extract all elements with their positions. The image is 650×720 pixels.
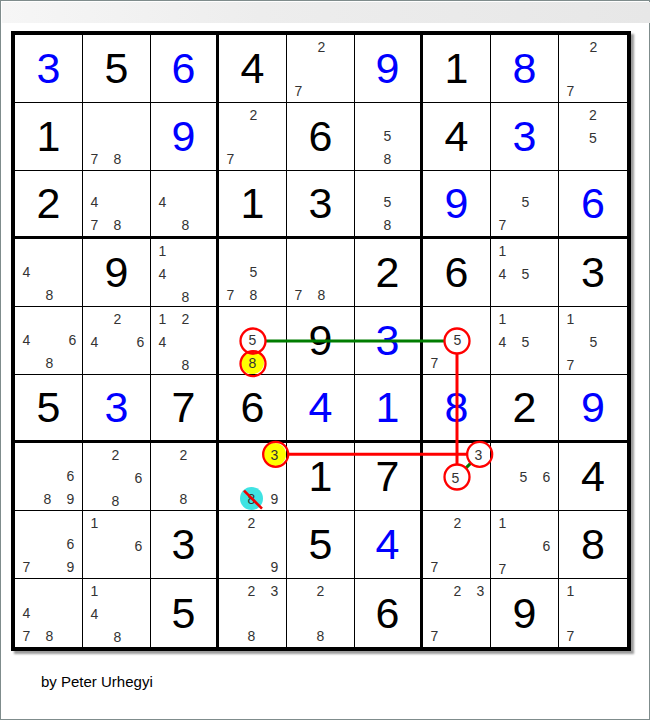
pencil-marks: 478 [83,171,150,236]
cell-r4c8[interactable]: 145 [491,239,559,307]
pencil-mark: 6 [59,532,82,555]
highlighted-pencil-mark: 8 [241,351,264,374]
pencil-marks: 27 [423,511,490,578]
pencil-marks: 58 [355,171,420,236]
given-digit: 1 [37,115,61,158]
pencil-mark: 5 [444,466,467,489]
given-digit: 2 [513,386,537,429]
cell-r3c5[interactable]: 3 [287,171,355,239]
pencil-mark: 5 [514,262,537,285]
pencil-marks: 16 [83,511,150,578]
cell-r7c1[interactable]: 689 [15,443,83,511]
cell-r9c8[interactable]: 9 [491,579,559,647]
cell-r1c9[interactable]: 27 [559,35,627,103]
pencil-marks: 29 [219,511,286,578]
pencil-mark: 6 [127,466,150,489]
cell-r2c5[interactable]: 6 [287,103,355,171]
pencil-mark: 8 [172,487,195,510]
pencil-marks: 145 [491,307,558,374]
cell-r9c1[interactable]: 478 [15,579,83,647]
pencil-marks: 27 [219,103,286,170]
highlighted-pencil-mark: 8 [240,487,263,510]
pencil-mark: 4 [151,330,174,353]
cell-r4c7[interactable]: 6 [423,239,491,307]
pencil-marks: 28 [287,579,354,647]
pencil-mark: 7 [423,351,446,374]
pencil-mark: 1 [83,511,106,534]
cell-r3c6[interactable]: 58 [355,171,423,239]
cell-r3c7[interactable]: 9 [423,171,491,239]
pencil-mark: 8 [174,213,197,236]
pencil-mark: 4 [83,330,106,353]
given-digit: 3 [581,251,605,294]
solved-digit: 6 [172,47,196,90]
cell-r4c6[interactable]: 2 [355,239,423,307]
pencil-mark: 3 [467,443,490,466]
pencil-mark: 7 [423,624,446,647]
pencil-mark: 1 [151,307,174,330]
cell-r5c8[interactable]: 145 [491,307,559,375]
pencil-marks: 58 [355,103,420,170]
cell-r9c2[interactable]: 148 [83,579,151,647]
cell-r2c4[interactable]: 27 [219,103,287,171]
pencil-marks: 25 [559,103,627,170]
cell-r7c8[interactable]: 56 [491,443,559,511]
pencil-marks: 157 [559,307,627,374]
pencil-mark: 5 [582,330,605,353]
solved-digit: 3 [105,386,129,429]
cell-r2c8[interactable]: 3 [491,103,559,171]
pencil-mark: 4 [151,190,174,213]
pencil-mark: 7 [287,283,310,306]
given-digit: 1 [241,182,265,225]
given-digit: 5 [37,386,61,429]
pencil-mark: 7 [559,353,582,376]
cell-r8c7[interactable]: 27 [423,511,491,579]
pencil-mark: 8 [174,353,197,376]
pencil-mark: 2 [310,35,333,58]
pencil-mark: 7 [491,213,514,236]
cell-r9c9[interactable]: 17 [559,579,627,647]
pencil-mark: 5 [512,465,535,488]
pencil-mark: 6 [127,534,150,557]
pencil-mark: 7 [559,624,582,647]
pencil-marks: 17 [559,579,627,647]
credit-text: by Peter Urhegyi [41,673,153,690]
solved-digit: 9 [445,182,469,225]
cell-r9c4[interactable]: 238 [219,579,287,647]
pencil-mark: 3 [263,579,286,602]
pencil-mark: 5 [514,330,537,353]
solved-digit: 3 [376,319,400,362]
pencil-marks: 148 [83,579,150,647]
pencil-mark: 9 [263,487,286,510]
cell-r7c4[interactable]: 389 [219,443,287,511]
pencil-mark: 7 [559,79,582,102]
pencil-marks: 389 [219,443,286,510]
pencil-mark: 1 [559,307,582,330]
pencil-mark: 8 [240,624,263,647]
pencil-mark: 2 [446,579,469,602]
solved-digit: 9 [581,386,605,429]
pencil-mark: 5 [446,328,469,351]
cell-r9c7[interactable]: 237 [423,579,491,647]
cell-r8c5[interactable]: 5 [287,511,355,579]
solved-digit: 9 [172,115,196,158]
given-digit: 7 [172,386,196,429]
pencil-mark: 3 [469,579,492,602]
pencil-mark: 1 [491,239,514,262]
pencil-mark: 1 [491,307,514,330]
pencil-marks: 145 [491,239,558,306]
pencil-mark: 4 [15,601,38,624]
solved-digit: 3 [513,115,537,158]
cell-r3c3[interactable]: 48 [151,171,219,239]
pencil-marks: 578 [219,239,286,306]
pencil-mark: 8 [38,624,61,647]
cell-r5c6[interactable]: 3 [355,307,423,375]
cell-r1c1[interactable]: 3 [15,35,83,103]
given-digit: 3 [172,523,196,566]
cell-r1c7[interactable]: 1 [423,35,491,103]
solved-digit: 4 [376,523,400,566]
pencil-mark: 9 [59,555,82,578]
solved-digit: 4 [309,386,333,429]
cell-r7c2[interactable]: 268 [83,443,151,511]
solved-digit: 1 [376,386,400,429]
pencil-marks: 48 [15,239,82,306]
pencil-marks: 167 [491,511,558,578]
cell-r5c7[interactable]: 57 [423,307,491,375]
cell-r6c9[interactable]: 9 [559,375,627,443]
given-digit: 9 [309,319,333,362]
solved-digit: 8 [513,47,537,90]
pencil-mark: 7 [219,147,242,170]
pencil-mark: 8 [104,489,127,512]
pencil-mark: 1 [491,511,514,534]
pencil-marks: 246 [83,307,150,374]
cell-r2c7[interactable]: 4 [423,103,491,171]
pencil-mark: 2 [104,443,127,466]
pencil-mark: 9 [263,555,286,578]
pencil-mark: 8 [38,351,61,374]
cell-r8c2[interactable]: 16 [83,511,151,579]
cell-r2c6[interactable]: 58 [355,103,423,171]
solved-digit: 6 [581,182,605,225]
given-digit: 6 [376,592,400,635]
cell-r3c4[interactable]: 1 [219,171,287,239]
cell-r1c5[interactable]: 27 [287,35,355,103]
pencil-mark: 4 [83,190,106,213]
pencil-mark: 2 [240,579,263,602]
pencil-marks: 1248 [151,307,216,374]
pencil-mark: 5 [242,260,265,283]
pencil-mark: 5 [376,190,399,213]
pencil-mark: 6 [61,328,84,351]
pencil-mark: 6 [535,534,558,557]
pencil-marks: 679 [15,511,82,578]
cell-r6c7[interactable]: 8 [423,375,491,443]
sudoku-board: 3564279182717892765843252478481358957648… [11,31,631,651]
pencil-mark: 8 [376,213,399,236]
pencil-marks: 468 [15,307,82,374]
pencil-mark: 2 [582,35,605,58]
cell-r6c1[interactable]: 5 [15,375,83,443]
pencil-mark: 5 [376,124,399,147]
cell-r6c6[interactable]: 1 [355,375,423,443]
cell-r3c1[interactable]: 2 [15,171,83,239]
pencil-mark: 2 [106,307,129,330]
cell-r4c9[interactable]: 3 [559,239,627,307]
given-digit: 9 [105,251,129,294]
pencil-mark: 8 [106,625,129,648]
pencil-mark: 4 [491,262,514,285]
pencil-mark: 8 [106,147,129,170]
pencil-mark: 2 [582,103,605,126]
cell-r6c5[interactable]: 4 [287,375,355,443]
pencil-marks: 28 [151,443,216,510]
pencil-mark: 8 [36,487,59,510]
pencil-marks: 56 [491,443,558,510]
pencil-marks: 148 [151,239,216,306]
pencil-mark: 5 [582,126,605,149]
pencil-marks: 78 [287,239,354,306]
cell-r6c3[interactable]: 7 [151,375,219,443]
cell-r5c1[interactable]: 468 [15,307,83,375]
pencil-mark: 6 [535,465,558,488]
cell-r1c6[interactable]: 9 [355,35,423,103]
cell-r9c6[interactable]: 6 [355,579,423,647]
cell-r6c2[interactable]: 3 [83,375,151,443]
cell-r2c9[interactable]: 25 [559,103,627,171]
cell-r7c6[interactable]: 7 [355,443,423,511]
pencil-mark: 2 [174,307,197,330]
given-digit: 8 [581,523,605,566]
solved-digit: 9 [376,47,400,90]
cell-r4c1[interactable]: 48 [15,239,83,307]
cell-r7c5[interactable]: 1 [287,443,355,511]
given-digit: 6 [309,115,333,158]
cell-r7c7[interactable]: 35 [423,443,491,511]
pencil-mark: 4 [491,330,514,353]
cell-r8c1[interactable]: 679 [15,511,83,579]
solved-digit: 3 [37,47,61,90]
pencil-mark: 6 [129,330,152,353]
pencil-marks: 689 [15,443,82,510]
given-digit: 6 [445,251,469,294]
cell-r3c9[interactable]: 6 [559,171,627,239]
pencil-mark: 8 [174,285,197,308]
pencil-mark: 2 [172,443,195,466]
cell-r4c5[interactable]: 78 [287,239,355,307]
pencil-marks: 57 [423,307,490,374]
given-digit: 6 [241,386,265,429]
cell-r5c4[interactable]: 58 [219,307,287,375]
cell-r9c3[interactable]: 5 [151,579,219,647]
cell-r8c9[interactable]: 8 [559,511,627,579]
cell-r2c2[interactable]: 78 [83,103,151,171]
cell-r8c6[interactable]: 4 [355,511,423,579]
given-digit: 1 [445,47,469,90]
pencil-marks: 78 [83,103,150,170]
given-digit: 2 [376,251,400,294]
given-digit: 5 [309,523,333,566]
solved-digit: 8 [445,386,469,429]
cell-r8c3[interactable]: 3 [151,511,219,579]
pencil-mark: 7 [83,213,106,236]
given-digit: 3 [309,182,333,225]
pencil-mark: 2 [446,511,469,534]
cell-r1c2[interactable]: 5 [83,35,151,103]
given-digit: 5 [172,592,196,635]
pencil-marks: 57 [491,171,558,236]
given-digit: 1 [309,455,333,498]
cell-r7c3[interactable]: 28 [151,443,219,511]
given-digit: 4 [241,47,265,90]
window-frame: 3564279182717892765843252478481358957648… [0,0,650,720]
cell-r7c9[interactable]: 4 [559,443,627,511]
pencil-mark: 1 [83,579,106,602]
cell-r4c4[interactable]: 578 [219,239,287,307]
pencil-mark: 1 [559,579,582,602]
cell-r4c3[interactable]: 148 [151,239,219,307]
cell-r1c3[interactable]: 6 [151,35,219,103]
pencil-mark: 7 [491,557,514,580]
pencil-marks: 237 [423,579,490,647]
pencil-marks: 27 [287,35,354,102]
pencil-mark: 8 [38,283,61,306]
pencil-mark: 5 [514,190,537,213]
cell-r5c3[interactable]: 1248 [151,307,219,375]
given-digit: 2 [37,182,61,225]
pencil-marks: 478 [15,579,82,647]
given-digit: 5 [105,47,129,90]
cell-r5c2[interactable]: 246 [83,307,151,375]
pencil-mark: 4 [15,328,38,351]
highlighted-pencil-mark: 3 [263,443,286,466]
pencil-mark: 2 [240,511,263,534]
pencil-marks: 268 [83,443,150,510]
pencil-marks: 238 [219,579,286,647]
cell-r1c8[interactable]: 8 [491,35,559,103]
cell-r2c1[interactable]: 1 [15,103,83,171]
pencil-mark: 8 [310,283,333,306]
cell-r5c5[interactable]: 9 [287,307,355,375]
cell-r4c2[interactable]: 9 [83,239,151,307]
pencil-mark: 2 [242,103,265,126]
cell-r8c4[interactable]: 29 [219,511,287,579]
pencil-mark: 4 [151,262,174,285]
cell-r9c5[interactable]: 28 [287,579,355,647]
given-digit: 4 [581,455,605,498]
pencil-mark: 8 [106,213,129,236]
cell-r6c4[interactable]: 6 [219,375,287,443]
pencil-mark: 6 [59,464,82,487]
given-digit: 4 [445,115,469,158]
cell-r1c4[interactable]: 4 [219,35,287,103]
pencil-mark: 8 [376,147,399,170]
pencil-mark: 7 [15,624,38,647]
pencil-mark: 7 [83,147,106,170]
pencil-mark: 5 [241,328,264,351]
given-digit: 9 [513,592,537,635]
pencil-mark: 7 [15,555,38,578]
toolbar-strip [2,2,650,23]
pencil-mark: 8 [242,283,265,306]
pencil-mark: 2 [309,579,332,602]
pencil-mark: 9 [59,487,82,510]
pencil-marks: 35 [423,443,490,510]
cell-r3c8[interactable]: 57 [491,171,559,239]
pencil-marks: 27 [559,35,627,102]
cell-r8c8[interactable]: 167 [491,511,559,579]
pencil-mark: 7 [287,79,310,102]
cell-r5c9[interactable]: 157 [559,307,627,375]
cell-r3c2[interactable]: 478 [83,171,151,239]
pencil-mark: 4 [15,260,38,283]
cell-r2c3[interactable]: 9 [151,103,219,171]
pencil-mark: 8 [309,624,332,647]
pencil-mark: 4 [83,602,106,625]
pencil-marks: 48 [151,171,216,236]
pencil-mark: 7 [219,283,242,306]
given-digit: 7 [376,455,400,498]
pencil-mark: 7 [423,555,446,578]
pencil-mark: 1 [151,239,174,262]
cell-r6c8[interactable]: 2 [491,375,559,443]
pencil-marks: 58 [219,307,286,374]
